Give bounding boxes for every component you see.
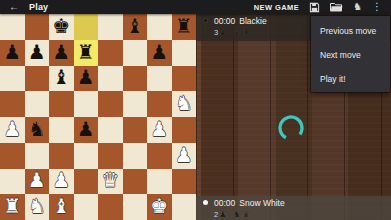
square-f4[interactable] bbox=[123, 117, 148, 143]
piece-black-pawn[interactable]: ♟ bbox=[77, 119, 95, 139]
square-c2[interactable]: ♟ bbox=[49, 169, 74, 195]
piece-white-pawn[interactable]: ♟ bbox=[175, 145, 193, 165]
square-d2[interactable] bbox=[74, 169, 99, 195]
square-b7[interactable]: ♟ bbox=[25, 40, 50, 66]
square-a6[interactable] bbox=[0, 66, 25, 92]
square-d4[interactable]: ♟ bbox=[74, 117, 99, 143]
piece-black-rook[interactable]: ♜ bbox=[77, 42, 95, 62]
square-a4[interactable]: ♟ bbox=[0, 117, 25, 143]
menu-item-next-move[interactable]: Next move bbox=[311, 43, 390, 67]
piece-white-pawn[interactable]: ♟ bbox=[3, 119, 21, 139]
top-app-bar: ← Play NEW GAME ♞ ⋮ bbox=[0, 0, 391, 14]
captured-white-pawn-icon: ♟ bbox=[219, 29, 226, 37]
captured-black-knight-icon: ♞ bbox=[233, 211, 240, 219]
square-c8[interactable]: ♚ bbox=[49, 14, 74, 40]
square-f6[interactable] bbox=[123, 66, 148, 92]
white-clock: 00:00 bbox=[214, 198, 235, 208]
square-e5[interactable] bbox=[98, 91, 123, 117]
square-f5[interactable] bbox=[123, 91, 148, 117]
piece-black-bishop[interactable]: ♝ bbox=[52, 67, 70, 87]
square-a5[interactable] bbox=[0, 91, 25, 117]
square-g4[interactable]: ♟ bbox=[147, 117, 172, 143]
square-a2[interactable] bbox=[0, 169, 25, 195]
piece-white-bishop[interactable]: ♝ bbox=[52, 196, 70, 216]
black-captured-count: 3 bbox=[214, 28, 218, 37]
piece-white-pawn[interactable]: ♟ bbox=[52, 170, 70, 190]
square-d6[interactable]: ♟ bbox=[74, 66, 99, 92]
piece-white-knight[interactable]: ♞ bbox=[28, 196, 46, 216]
white-captured-tray: 2 ♟ ♞ ♛ bbox=[196, 209, 391, 220]
square-e4[interactable] bbox=[98, 117, 123, 143]
square-g3[interactable] bbox=[147, 143, 172, 169]
black-turn-bullet bbox=[203, 18, 208, 23]
square-b6[interactable] bbox=[25, 66, 50, 92]
square-e1[interactable] bbox=[98, 194, 123, 220]
captured-black-queen-icon: ♛ bbox=[243, 211, 250, 219]
square-d8[interactable] bbox=[74, 14, 99, 40]
square-e7[interactable] bbox=[98, 40, 123, 66]
square-c3[interactable] bbox=[49, 143, 74, 169]
chess-app-screen: ← Play NEW GAME ♞ ⋮ ♚♝♜♟♟♟♜♟♝♟♞♟♞♟♟♟♟♟♛♜ bbox=[0, 0, 391, 220]
black-clock: 00:00 bbox=[214, 16, 235, 26]
square-h7[interactable] bbox=[172, 40, 197, 66]
captured-black-pawn-icon: ♟ bbox=[219, 211, 226, 219]
piece-black-pawn[interactable]: ♟ bbox=[77, 67, 95, 87]
piece-black-pawn[interactable]: ♟ bbox=[52, 42, 70, 62]
square-g7[interactable]: ♟ bbox=[147, 40, 172, 66]
square-h6[interactable] bbox=[172, 66, 197, 92]
captured-white-bishop-icon: ♝ bbox=[233, 29, 240, 37]
square-b4[interactable]: ♞ bbox=[25, 117, 50, 143]
square-d3[interactable] bbox=[74, 143, 99, 169]
new-game-button[interactable]: NEW GAME bbox=[254, 3, 299, 12]
menu-item-previous-move[interactable]: Previous move bbox=[311, 19, 390, 43]
square-c4[interactable] bbox=[49, 117, 74, 143]
back-arrow-icon[interactable]: ← bbox=[9, 2, 19, 12]
square-g1[interactable]: ♚ bbox=[147, 194, 172, 220]
square-b5[interactable] bbox=[25, 91, 50, 117]
square-g6[interactable] bbox=[147, 66, 172, 92]
piece-black-pawn[interactable]: ♟ bbox=[28, 42, 46, 62]
square-d7[interactable]: ♜ bbox=[74, 40, 99, 66]
piece-white-queen[interactable]: ♛ bbox=[101, 170, 119, 190]
square-f7[interactable] bbox=[123, 40, 148, 66]
loading-spinner bbox=[276, 113, 306, 143]
square-a1[interactable]: ♜ bbox=[0, 194, 25, 220]
save-icon[interactable] bbox=[309, 1, 320, 13]
square-a7[interactable]: ♟ bbox=[0, 40, 25, 66]
chess-board: ♚♝♜♟♟♟♜♟♝♟♞♟♞♟♟♟♟♟♛♜♞♝♚ bbox=[0, 14, 196, 220]
square-f1[interactable] bbox=[123, 194, 148, 220]
square-e2[interactable]: ♛ bbox=[98, 169, 123, 195]
white-player-strip: 00:00 Snow White 2 ♟ ♞ ♛ bbox=[196, 196, 391, 220]
square-b2[interactable]: ♟ bbox=[25, 169, 50, 195]
piece-white-knight[interactable]: ♞ bbox=[175, 93, 193, 113]
page-title: Play bbox=[29, 2, 48, 12]
overflow-menu-icon[interactable]: ⋮ bbox=[372, 1, 382, 13]
square-h4[interactable] bbox=[172, 117, 197, 143]
square-f3[interactable] bbox=[123, 143, 148, 169]
piece-white-pawn[interactable]: ♟ bbox=[28, 170, 46, 190]
square-c5[interactable] bbox=[49, 91, 74, 117]
square-g2[interactable] bbox=[147, 169, 172, 195]
square-h5[interactable]: ♞ bbox=[172, 91, 197, 117]
knight-icon[interactable]: ♞ bbox=[353, 1, 362, 13]
square-c6[interactable]: ♝ bbox=[49, 66, 74, 92]
black-player-name: Blackie bbox=[239, 16, 266, 26]
piece-black-pawn[interactable]: ♟ bbox=[150, 42, 168, 62]
white-player-name: Snow White bbox=[239, 198, 284, 208]
toolbar-actions: NEW GAME ♞ ⋮ bbox=[254, 1, 391, 13]
piece-white-rook[interactable]: ♜ bbox=[3, 196, 21, 216]
piece-black-rook[interactable]: ♜ bbox=[175, 16, 193, 36]
square-e3[interactable] bbox=[98, 143, 123, 169]
square-h1[interactable] bbox=[172, 194, 197, 220]
square-a3[interactable] bbox=[0, 143, 25, 169]
square-b8[interactable] bbox=[25, 14, 50, 40]
square-a8[interactable] bbox=[0, 14, 25, 40]
white-turn-bullet bbox=[203, 200, 208, 205]
square-g8[interactable] bbox=[147, 14, 172, 40]
piece-black-pawn[interactable]: ♟ bbox=[3, 42, 21, 62]
square-h3[interactable]: ♟ bbox=[172, 143, 197, 169]
menu-item-play-it[interactable]: Play it! bbox=[311, 67, 390, 91]
square-h8[interactable]: ♜ bbox=[172, 14, 197, 40]
square-e8[interactable] bbox=[98, 14, 123, 40]
square-f8[interactable]: ♝ bbox=[123, 14, 148, 40]
square-b1[interactable]: ♞ bbox=[25, 194, 50, 220]
context-menu: Previous move Next move Play it! bbox=[311, 16, 390, 92]
piece-white-pawn[interactable]: ♟ bbox=[150, 119, 168, 139]
square-h2[interactable] bbox=[172, 169, 197, 195]
square-c7[interactable]: ♟ bbox=[49, 40, 74, 66]
captured-white-rook-icon: ♜ bbox=[243, 29, 250, 37]
white-captured-count: 2 bbox=[214, 210, 218, 219]
square-d1[interactable] bbox=[74, 194, 99, 220]
open-folder-icon[interactable] bbox=[330, 1, 343, 13]
square-b3[interactable] bbox=[25, 143, 50, 169]
square-f2[interactable] bbox=[123, 169, 148, 195]
square-d5[interactable] bbox=[74, 91, 99, 117]
piece-white-king[interactable]: ♚ bbox=[150, 196, 168, 216]
square-e6[interactable] bbox=[98, 66, 123, 92]
piece-black-knight[interactable]: ♞ bbox=[28, 119, 46, 139]
piece-black-king[interactable]: ♚ bbox=[52, 16, 70, 36]
square-g5[interactable] bbox=[147, 91, 172, 117]
square-c1[interactable]: ♝ bbox=[49, 194, 74, 220]
piece-black-bishop[interactable]: ♝ bbox=[126, 16, 144, 36]
